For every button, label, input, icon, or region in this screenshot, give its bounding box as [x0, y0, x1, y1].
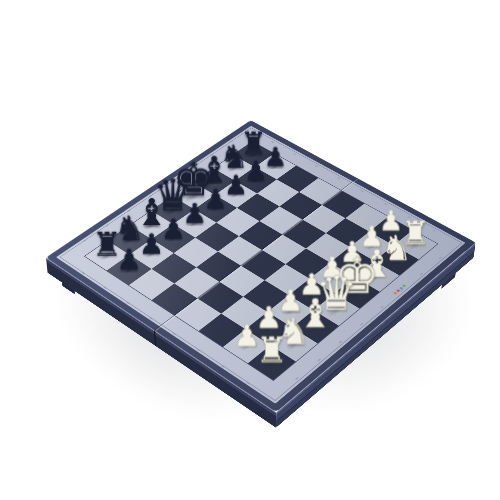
latch-tab	[441, 273, 455, 289]
chess-board: ♜♞♝♛♚♝♞♜♟♟♟♟♟♟♟♟♟♟♟♟♟♟♟♟♜♞♝♛♚♝♞♜	[46, 120, 475, 412]
square-a5[interactable]	[152, 283, 198, 315]
square-c4[interactable]	[220, 266, 265, 297]
square-b4[interactable]	[197, 282, 243, 314]
square-b5[interactable]	[174, 267, 219, 298]
square-b6[interactable]	[152, 253, 197, 283]
square-d4[interactable]	[241, 250, 286, 280]
product-scene: ♜♞♝♛♚♝♞♜♟♟♟♟♟♟♟♟♟♟♟♟♟♟♟♟♜♞♝♛♚♝♞♜	[0, 0, 500, 500]
square-c5[interactable]	[196, 252, 241, 282]
fold-split	[154, 330, 156, 346]
board-frame	[46, 120, 475, 412]
latch-tab	[62, 282, 75, 294]
square-a4[interactable]	[175, 298, 221, 331]
square-a6[interactable]	[129, 269, 174, 300]
